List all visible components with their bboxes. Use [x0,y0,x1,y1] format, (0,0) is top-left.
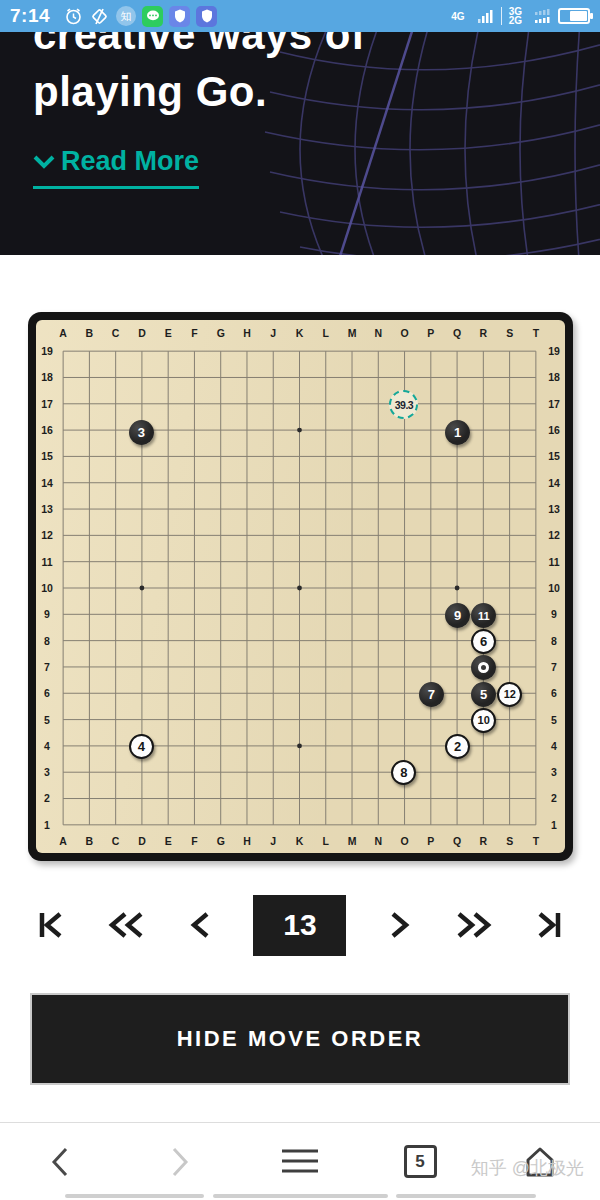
stone-black-D16: 3 [129,420,154,445]
fast-forward-button[interactable] [453,907,493,943]
title-line-1: creative ways of [33,32,600,63]
browser-back-button[interactable] [20,1145,100,1179]
stone-black-P6: 7 [419,682,444,707]
stone-white-D4: 4 [129,734,154,759]
status-bar: 7:14 知 4G 3G2G [0,0,600,32]
go-grid: 12345678910111239.3 [50,338,549,838]
browser-home-button[interactable] [500,1145,580,1179]
clock-time: 7:14 [10,5,50,27]
first-move-button[interactable] [34,907,68,943]
go-board: ABCDEFGHJKLMNOPQRST ABCDEFGHJKLMNOPQRST … [28,312,573,861]
browser-menu-button[interactable] [260,1147,340,1177]
stone-black-Q9: 9 [445,603,470,628]
read-more-link[interactable]: Read More [33,146,199,189]
read-more-label: Read More [61,146,199,177]
stone-white-R8: 6 [471,629,496,654]
vibrate-icon [89,6,110,27]
phone-screen: 7:14 知 4G 3G2G [0,0,600,1200]
zhihu-notification-icon: 知 [116,6,136,26]
rewind-button[interactable] [107,907,147,943]
stone-white-Q4: 2 [445,734,470,759]
hero-section: creative ways of playing Go. Read More [0,32,600,255]
browser-forward-button[interactable] [140,1145,220,1179]
title-line-2: playing Go. [33,63,600,120]
stone-white-S6: 12 [497,682,522,707]
wechat-icon [142,6,163,27]
browser-navigation-bar: 5 知乎 @北极光 [0,1122,600,1200]
page-indicator-bars [0,1192,600,1200]
hide-move-order-button[interactable]: HIDE MOVE ORDER [30,993,570,1085]
score-annotation: 39.3 [389,390,418,419]
stone-white-O3: 8 [391,760,416,785]
browser-tabs-button[interactable]: 5 [380,1145,460,1178]
go-board-surface: ABCDEFGHJKLMNOPQRST ABCDEFGHJKLMNOPQRST … [36,320,565,853]
page-title: creative ways of playing Go. [33,32,600,120]
sim1-network-label: 4G [451,12,464,21]
chevron-down-icon [33,155,55,169]
sim2-network-label: 3G2G [509,7,522,25]
shield-icon [196,6,217,27]
current-move-circle-marker [478,662,489,673]
previous-move-button[interactable] [186,907,214,943]
tabs-count: 5 [415,1152,424,1172]
current-move-stone-black-R7 [471,655,496,680]
next-move-button[interactable] [386,907,414,943]
last-move-button[interactable] [532,907,566,943]
go-grid-area[interactable]: 12345678910111239.3 [50,338,549,838]
stone-black-R6: 5 [471,682,496,707]
move-navigation: 13 [0,889,600,961]
stone-black-R9: 11 [471,603,496,628]
battery-icon [558,8,590,24]
current-move-number: 13 [253,895,346,956]
sim1-signal-icon [478,8,494,24]
sim2-signal-icon [535,8,551,24]
shield-icon [169,6,190,27]
stone-white-R5: 10 [471,708,496,733]
stone-black-Q16: 1 [445,420,470,445]
alarm-clock-icon [64,7,83,26]
status-divider [501,7,502,25]
